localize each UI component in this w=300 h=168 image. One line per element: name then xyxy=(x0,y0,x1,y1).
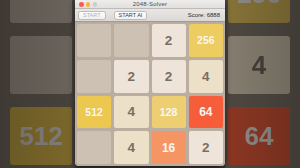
tile-4: 4 xyxy=(189,60,223,93)
tile-2: 2 xyxy=(152,24,186,57)
tile-16: 16 xyxy=(152,131,186,164)
tile-empty xyxy=(77,131,111,164)
tile-2: 2 xyxy=(114,60,148,93)
window-title: 2048-Solver xyxy=(75,0,225,9)
traffic-lights xyxy=(79,2,97,7)
minimize-icon[interactable] xyxy=(86,2,91,7)
tile-4: 4 xyxy=(114,131,148,164)
background-left-panel: 512 xyxy=(0,0,75,168)
tile-2: 2 xyxy=(189,131,223,164)
screenshot-root: 512 256464 2048-Solver START START AI Sc… xyxy=(0,0,300,168)
tile-empty xyxy=(114,24,148,57)
background-right-panel: 256464 xyxy=(225,0,300,168)
tile-64: 64 xyxy=(189,96,223,129)
board-grid: 22562245124128644162 xyxy=(75,22,225,166)
score-label: Score: 6888 xyxy=(188,12,222,18)
close-icon[interactable] xyxy=(79,2,84,7)
tile-empty xyxy=(77,24,111,57)
background-dim-overlay xyxy=(0,0,75,168)
tile-2: 2 xyxy=(152,60,186,93)
titlebar: 2048-Solver xyxy=(75,0,225,9)
start-ai-button[interactable]: START AI xyxy=(114,11,148,20)
toolbar: START START AI Score: 6888 xyxy=(75,9,225,22)
tile-512: 512 xyxy=(77,96,111,129)
start-button[interactable]: START xyxy=(78,11,106,20)
app-window: 2048-Solver START START AI Score: 6888 2… xyxy=(75,0,225,166)
zoom-icon[interactable] xyxy=(93,2,98,7)
tile-empty xyxy=(77,60,111,93)
tile-256: 256 xyxy=(189,24,223,57)
tile-128: 128 xyxy=(152,96,186,129)
background-dim-overlay xyxy=(225,0,300,168)
tile-4: 4 xyxy=(114,96,148,129)
